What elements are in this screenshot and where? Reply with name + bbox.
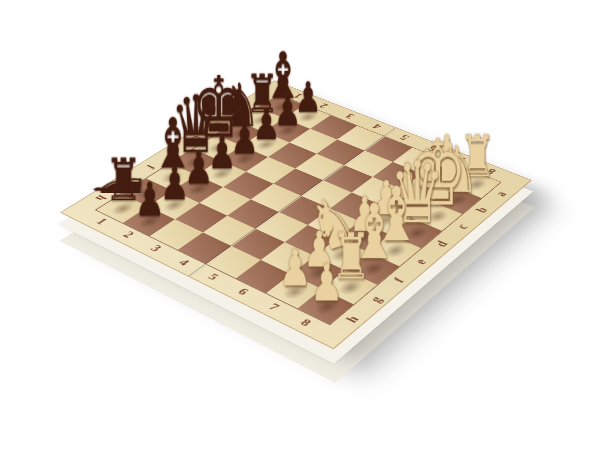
coord-label-text: c — [454, 222, 471, 231]
chess-board: hgfedcba1♜♞♝♛♚♞♜♝12♟♟♟♟♟♟♟♟2334455667♟♟♞… — [60, 80, 532, 349]
coord-label-text: f — [391, 276, 408, 285]
piece-light-pawn: ♟ — [279, 244, 311, 292]
coord-label-text: 3 — [147, 244, 164, 255]
square-a4 — [337, 126, 384, 151]
coord-label-text: g — [367, 294, 386, 305]
piece-light-pawn: ♟ — [311, 259, 344, 307]
coord-label-text: 4 — [370, 122, 384, 130]
coord-label-text: 7 — [265, 302, 282, 314]
coord-label-text: 4 — [175, 257, 192, 268]
photo-scene: hgfedcba1♜♞♝♛♚♞♜♝12♟♟♟♟♟♟♟♟2334455667♟♟♞… — [0, 0, 600, 450]
square-f4 — [227, 199, 279, 228]
piece-dark-pawn: ♟ — [135, 177, 165, 221]
coord-label-text: a — [493, 190, 510, 199]
coord-label-text: 8 — [297, 317, 314, 329]
board-3d-wrapper: hgfedcba1♜♞♝♛♚♞♜♝12♟♟♟♟♟♟♟♟2334455667♟♟♞… — [60, 80, 532, 349]
coord-label-text: h — [343, 314, 363, 325]
coord-label-text: 1 — [92, 217, 109, 227]
coord-label-text: 2 — [119, 230, 136, 240]
coord-label-text: 3 — [343, 112, 357, 120]
coord-label-text: e — [412, 257, 430, 266]
coord-label-text: d — [433, 239, 452, 249]
coord-label-text: 6 — [234, 286, 251, 297]
coord-label-text: b — [473, 206, 491, 215]
coord-label-text: 5 — [204, 272, 221, 283]
